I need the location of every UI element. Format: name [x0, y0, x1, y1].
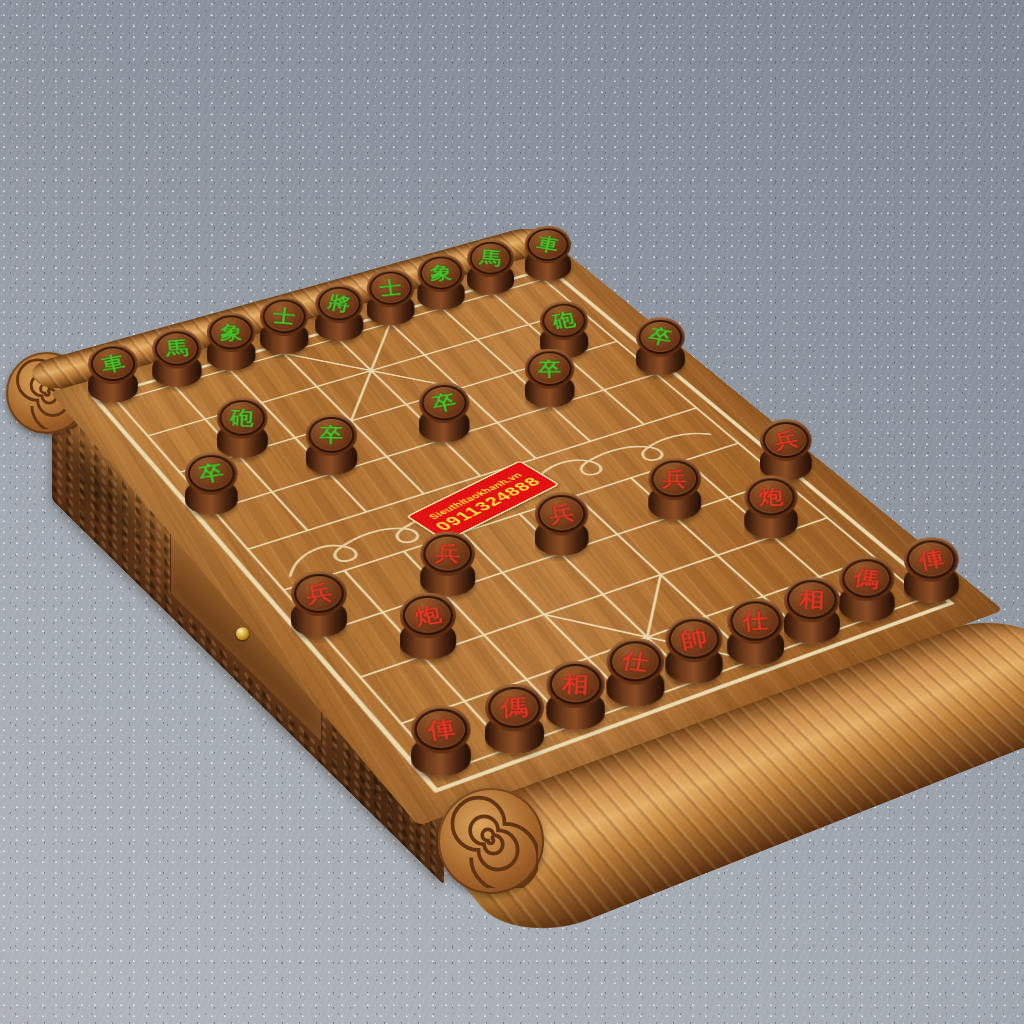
piece-glyph: 馬	[479, 249, 502, 268]
piece-top: 相	[546, 661, 604, 708]
piece-top: 俥	[411, 705, 471, 753]
piece-top: 卒	[185, 452, 238, 495]
piece-top: 車	[525, 226, 571, 263]
piece-top: 砲	[540, 301, 588, 340]
piece-top: 象	[417, 254, 464, 292]
piece-glyph: 仕	[742, 610, 770, 633]
piece-top: 象	[207, 313, 256, 352]
carpet-background: Sieuthitaokhanh.vn 0911324888 車馬象士將士象馬車砲…	[0, 0, 1024, 1024]
piece-body: 將	[315, 284, 363, 343]
piece-green-soldier[interactable]: 卒	[609, 343, 682, 382]
piece-top: 兵	[648, 458, 701, 501]
piece-top: 仕	[606, 638, 664, 685]
piece-body: 卒	[636, 317, 685, 377]
scroll-end-spiral-near	[438, 788, 544, 894]
piece-glyph: 卒	[647, 326, 674, 348]
piece-body: 兵	[291, 571, 347, 640]
piece-glyph: 炮	[412, 603, 443, 628]
piece-glyph: 帥	[679, 626, 710, 651]
piece-body: 車	[88, 344, 138, 405]
piece-glyph: 卒	[197, 462, 225, 485]
piece-top: 馬	[467, 239, 514, 277]
piece-glyph: 卒	[319, 425, 343, 445]
piece-glyph: 卒	[538, 359, 561, 378]
piece-body: 俥	[411, 705, 471, 778]
piece-top: 將	[315, 284, 363, 323]
piece-body: 車	[525, 226, 571, 283]
piece-body: 仕	[727, 598, 784, 668]
piece-red-chariot[interactable]: 俥	[382, 727, 469, 785]
piece-top: 兵	[291, 571, 347, 616]
piece-body: 兵	[420, 531, 475, 599]
piece-top: 兵	[420, 531, 475, 575]
piece-body: 兵	[648, 458, 701, 523]
piece-top: 俥	[904, 537, 959, 581]
piece-glyph: 車	[99, 353, 126, 375]
piece-glyph: 俥	[425, 717, 457, 743]
piece-top: 帥	[665, 616, 722, 662]
piece-glyph: 士	[378, 278, 402, 298]
piece-body: 帥	[665, 616, 722, 686]
piece-glyph: 兵	[772, 428, 800, 451]
piece-glyph: 傌	[500, 696, 529, 720]
piece-body: 相	[784, 577, 840, 646]
piece-red-soldier[interactable]: 兵	[507, 516, 586, 563]
piece-top: 仕	[727, 598, 784, 644]
piece-body: 兵	[535, 492, 589, 558]
piece-top: 相	[784, 577, 840, 622]
piece-top: 卒	[525, 349, 575, 389]
piece-body: 兵	[760, 419, 812, 483]
piece-green-soldier[interactable]: 卒	[394, 407, 468, 449]
piece-body: 象	[207, 313, 256, 373]
piece-glyph: 將	[326, 293, 352, 315]
piece-top: 馬	[152, 329, 201, 369]
piece-green-soldier[interactable]: 卒	[499, 374, 572, 415]
piece-body: 相	[546, 661, 604, 733]
piece-body: 士	[367, 269, 415, 328]
piece-body: 象	[417, 254, 464, 312]
piece-glyph: 車	[535, 234, 560, 255]
piece-glyph: 俥	[916, 547, 946, 571]
piece-top: 炮	[400, 593, 457, 639]
piece-body: 炮	[400, 593, 457, 663]
piece-glyph: 象	[430, 264, 452, 282]
piece-body: 傌	[485, 684, 544, 757]
piece-body: 仕	[606, 638, 664, 709]
piece-top: 士	[260, 297, 308, 336]
piece-top: 車	[88, 344, 138, 384]
piece-top: 傌	[485, 684, 544, 732]
spiral-carving-icon	[444, 794, 537, 887]
piece-body: 俥	[904, 537, 959, 605]
piece-red-cannon[interactable]: 炮	[372, 616, 454, 668]
piece-glyph: 兵	[547, 502, 576, 526]
piece-body: 炮	[744, 475, 797, 541]
piece-top: 兵	[760, 419, 812, 461]
piece-glyph: 象	[220, 323, 243, 341]
piece-body: 卒	[525, 349, 575, 410]
piece-top: 傌	[839, 556, 895, 601]
piece-glyph: 相	[798, 589, 825, 611]
piece-glyph: 傌	[852, 567, 881, 591]
piece-top: 兵	[535, 492, 589, 535]
piece-top: 卒	[636, 317, 685, 357]
piece-body: 士	[260, 297, 308, 357]
piece-glyph: 仕	[620, 649, 651, 674]
piece-glyph: 卒	[430, 391, 458, 414]
piece-glyph: 馬	[164, 338, 189, 358]
piece-top: 卒	[419, 382, 470, 423]
piece-glyph: 炮	[759, 487, 784, 508]
piece-body: 砲	[217, 397, 268, 460]
piece-top: 士	[367, 269, 415, 307]
piece-glyph: 兵	[435, 543, 461, 564]
piece-top: 卒	[306, 414, 358, 456]
piece-body: 馬	[152, 329, 201, 390]
piece-body: 卒	[185, 452, 238, 517]
piece-body: 卒	[419, 382, 470, 444]
piece-body: 傌	[839, 556, 895, 624]
piece-green-soldier[interactable]: 卒	[282, 439, 356, 483]
piece-body: 卒	[306, 414, 358, 478]
piece-glyph: 砲	[551, 310, 577, 332]
piece-top: 炮	[744, 475, 797, 518]
piece-top: 砲	[217, 397, 268, 438]
piece-glyph: 兵	[304, 581, 334, 606]
piece-glyph: 相	[561, 673, 589, 696]
piece-glyph: 砲	[230, 408, 255, 428]
piece-body: 馬	[467, 239, 514, 297]
piece-glyph: 兵	[662, 469, 687, 489]
piece-glyph: 士	[272, 306, 297, 326]
xiangqi-board: Sieuthitaokhanh.vn 0911324888 車馬象士將士象馬車砲…	[65, 254, 986, 815]
piece-red-cannon[interactable]: 炮	[714, 500, 794, 546]
